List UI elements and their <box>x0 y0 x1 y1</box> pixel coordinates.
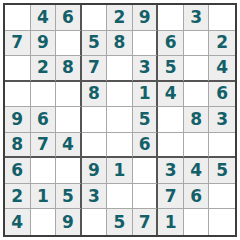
cell-r4c2[interactable] <box>31 82 57 108</box>
cell-r7c3[interactable] <box>56 158 82 184</box>
cell-r1c2[interactable]: 4 <box>31 5 57 31</box>
cell-r4c9[interactable]: 6 <box>209 82 235 108</box>
cell-r9c3[interactable]: 9 <box>56 209 82 235</box>
cell-r7c5[interactable]: 1 <box>107 158 133 184</box>
cell-r6c4[interactable] <box>82 133 108 159</box>
cell-r8c6[interactable] <box>133 184 159 210</box>
cell-r6c2[interactable]: 7 <box>31 133 57 159</box>
cell-r5c3[interactable] <box>56 107 82 133</box>
cell-r1c5[interactable]: 2 <box>107 5 133 31</box>
cell-r6c6[interactable]: 6 <box>133 133 159 159</box>
cell-r5c7[interactable] <box>158 107 184 133</box>
cell-r1c9[interactable] <box>209 5 235 31</box>
cell-r1c4[interactable] <box>82 5 108 31</box>
cell-r3c9[interactable]: 4 <box>209 56 235 82</box>
cell-r9c2[interactable] <box>31 209 57 235</box>
cell-r3c1[interactable] <box>5 56 31 82</box>
cell-r6c9[interactable] <box>209 133 235 159</box>
cell-r6c8[interactable] <box>184 133 210 159</box>
cell-r3c8[interactable] <box>184 56 210 82</box>
cell-r9c4[interactable] <box>82 209 108 235</box>
cell-r6c3[interactable]: 4 <box>56 133 82 159</box>
cell-r2c6[interactable] <box>133 31 159 57</box>
cell-r9c1[interactable]: 4 <box>5 209 31 235</box>
cell-r3c7[interactable]: 5 <box>158 56 184 82</box>
cell-r7c6[interactable] <box>133 158 159 184</box>
cell-r5c8[interactable]: 8 <box>184 107 210 133</box>
cell-r7c2[interactable] <box>31 158 57 184</box>
cell-r8c5[interactable] <box>107 184 133 210</box>
cell-r1c8[interactable]: 3 <box>184 5 210 31</box>
cell-r2c9[interactable]: 2 <box>209 31 235 57</box>
cell-r2c7[interactable]: 6 <box>158 31 184 57</box>
cell-r9c8[interactable] <box>184 209 210 235</box>
cell-r2c5[interactable]: 8 <box>107 31 133 57</box>
cell-r4c3[interactable] <box>56 82 82 108</box>
cell-r4c4[interactable]: 8 <box>82 82 108 108</box>
cell-r2c2[interactable]: 9 <box>31 31 57 57</box>
cell-r2c3[interactable] <box>56 31 82 57</box>
cell-r2c4[interactable]: 5 <box>82 31 108 57</box>
cell-r8c4[interactable]: 3 <box>82 184 108 210</box>
cell-r7c8[interactable]: 4 <box>184 158 210 184</box>
cell-r6c5[interactable] <box>107 133 133 159</box>
cell-r8c7[interactable]: 7 <box>158 184 184 210</box>
cell-r4c8[interactable] <box>184 82 210 108</box>
cell-r5c9[interactable]: 3 <box>209 107 235 133</box>
cell-r6c1[interactable]: 8 <box>5 133 31 159</box>
cell-r5c4[interactable] <box>82 107 108 133</box>
cell-r7c4[interactable]: 9 <box>82 158 108 184</box>
cell-r4c1[interactable] <box>5 82 31 108</box>
cell-r7c1[interactable]: 6 <box>5 158 31 184</box>
cell-r8c8[interactable]: 6 <box>184 184 210 210</box>
cell-r5c2[interactable]: 6 <box>31 107 57 133</box>
cell-r2c1[interactable]: 7 <box>5 31 31 57</box>
cell-r4c6[interactable]: 1 <box>133 82 159 108</box>
sudoku-page: { "game": "sudoku", "position": ".46.29.… <box>0 0 240 240</box>
cell-r4c5[interactable] <box>107 82 133 108</box>
cell-r5c6[interactable]: 5 <box>133 107 159 133</box>
cell-r1c7[interactable] <box>158 5 184 31</box>
cell-r2c8[interactable] <box>184 31 210 57</box>
cell-r9c9[interactable] <box>209 209 235 235</box>
cell-r3c5[interactable] <box>107 56 133 82</box>
cell-r3c3[interactable]: 8 <box>56 56 82 82</box>
cell-r7c7[interactable]: 3 <box>158 158 184 184</box>
cell-r7c9[interactable]: 5 <box>209 158 235 184</box>
cell-r3c2[interactable]: 2 <box>31 56 57 82</box>
cell-r4c7[interactable]: 4 <box>158 82 184 108</box>
cell-r8c2[interactable]: 1 <box>31 184 57 210</box>
cell-r1c1[interactable] <box>5 5 31 31</box>
cell-r9c6[interactable]: 7 <box>133 209 159 235</box>
cell-r9c7[interactable]: 1 <box>158 209 184 235</box>
cell-r3c4[interactable]: 7 <box>82 56 108 82</box>
cell-r9c5[interactable]: 5 <box>107 209 133 235</box>
cell-r3c6[interactable]: 3 <box>133 56 159 82</box>
cell-r1c3[interactable]: 6 <box>56 5 82 31</box>
cell-r5c5[interactable] <box>107 107 133 133</box>
cell-r8c1[interactable]: 2 <box>5 184 31 210</box>
cell-r1c6[interactable]: 9 <box>133 5 159 31</box>
cell-r6c7[interactable] <box>158 133 184 159</box>
cell-r5c1[interactable]: 9 <box>5 107 31 133</box>
cell-r8c9[interactable] <box>209 184 235 210</box>
sudoku-board: 4629379586228735481469658387466913452153… <box>3 3 237 237</box>
cell-r8c3[interactable]: 5 <box>56 184 82 210</box>
